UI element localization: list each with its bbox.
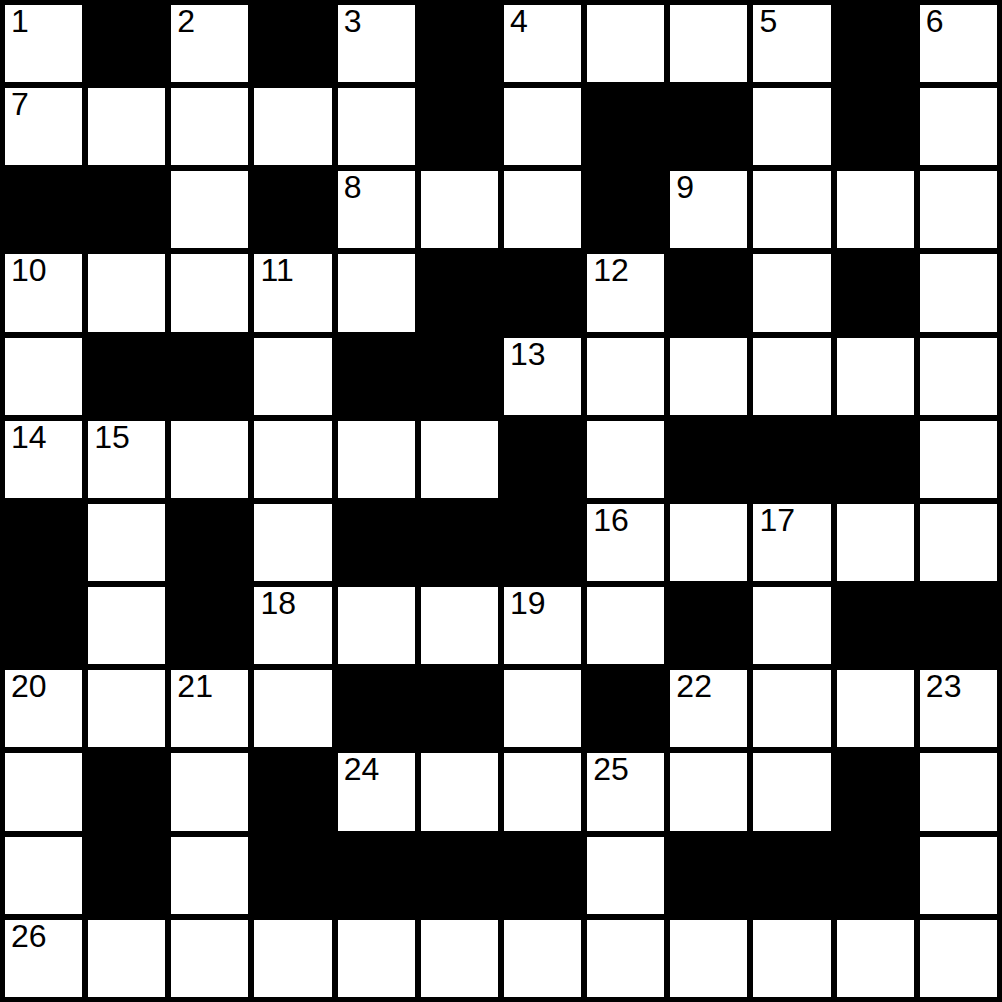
block-cell — [753, 421, 830, 498]
clue-number: 18 — [260, 587, 296, 619]
clue-number: 1 — [11, 5, 29, 37]
grid-cell[interactable] — [920, 421, 997, 498]
grid-cell[interactable] — [753, 753, 830, 830]
clue-number: 13 — [510, 338, 546, 370]
block-cell — [587, 670, 664, 747]
grid-cell[interactable] — [88, 920, 165, 997]
block-cell — [837, 421, 914, 498]
grid-cell[interactable] — [338, 920, 415, 997]
grid-cell[interactable] — [421, 171, 498, 248]
clue-number: 8 — [344, 171, 362, 203]
clue-number: 25 — [593, 753, 629, 785]
block-cell — [421, 338, 498, 415]
grid-cell[interactable]: 5 — [753, 5, 830, 82]
grid-cell[interactable] — [587, 920, 664, 997]
grid-cell[interactable] — [753, 920, 830, 997]
grid-cell[interactable] — [920, 338, 997, 415]
block-cell — [5, 587, 82, 664]
grid-cell[interactable] — [837, 670, 914, 747]
block-cell — [587, 171, 664, 248]
block-cell — [421, 254, 498, 331]
block-cell — [338, 504, 415, 581]
grid-cell[interactable] — [837, 338, 914, 415]
clue-number: 9 — [676, 171, 694, 203]
block-cell — [587, 88, 664, 165]
block-cell — [504, 837, 581, 914]
grid-cell[interactable] — [421, 920, 498, 997]
clue-number: 22 — [676, 670, 712, 702]
block-cell — [837, 587, 914, 664]
block-cell — [670, 88, 747, 165]
grid-cell[interactable] — [171, 88, 248, 165]
grid-cell[interactable]: 9 — [670, 171, 747, 248]
clue-number: 16 — [593, 504, 629, 536]
block-cell — [88, 5, 165, 82]
block-cell — [171, 504, 248, 581]
clue-number: 5 — [759, 5, 777, 37]
clue-number: 21 — [177, 670, 213, 702]
grid-cell[interactable]: 8 — [338, 171, 415, 248]
grid-cell[interactable]: 1 — [5, 5, 82, 82]
grid-cell[interactable]: 21 — [171, 670, 248, 747]
clue-number: 19 — [510, 587, 546, 619]
grid-cell[interactable] — [421, 421, 498, 498]
block-cell — [88, 171, 165, 248]
grid-cell[interactable]: 19 — [504, 587, 581, 664]
grid-cell[interactable]: 13 — [504, 338, 581, 415]
grid-cell[interactable] — [753, 338, 830, 415]
grid-cell[interactable] — [670, 753, 747, 830]
grid-cell[interactable] — [920, 88, 997, 165]
block-cell — [504, 504, 581, 581]
block-cell — [171, 338, 248, 415]
block-cell — [5, 171, 82, 248]
block-cell — [5, 504, 82, 581]
clue-number: 17 — [759, 504, 795, 536]
block-cell — [837, 254, 914, 331]
grid-cell[interactable] — [421, 753, 498, 830]
clue-number: 10 — [11, 254, 47, 286]
grid-cell[interactable] — [254, 920, 331, 997]
block-cell — [254, 837, 331, 914]
block-cell — [421, 837, 498, 914]
block-cell — [504, 254, 581, 331]
grid-cell[interactable]: 12 — [587, 254, 664, 331]
crossword-grid: 1234567891011121314151617181920212223242… — [0, 0, 1002, 1002]
grid-cell[interactable] — [753, 254, 830, 331]
clue-number: 14 — [11, 421, 47, 453]
grid-cell[interactable] — [254, 338, 331, 415]
grid-cell[interactable] — [338, 88, 415, 165]
clue-number: 7 — [11, 88, 29, 120]
block-cell — [670, 837, 747, 914]
grid-cell[interactable]: 22 — [670, 670, 747, 747]
grid-cell[interactable] — [171, 254, 248, 331]
block-cell — [88, 837, 165, 914]
grid-cell[interactable] — [504, 920, 581, 997]
block-cell — [254, 753, 331, 830]
grid-cell[interactable] — [338, 421, 415, 498]
block-cell — [338, 670, 415, 747]
block-cell — [837, 837, 914, 914]
grid-cell[interactable] — [338, 254, 415, 331]
grid-cell[interactable] — [837, 171, 914, 248]
grid-cell[interactable] — [753, 587, 830, 664]
clue-number: 20 — [11, 670, 47, 702]
grid-cell[interactable]: 3 — [338, 5, 415, 82]
block-cell — [753, 837, 830, 914]
grid-cell[interactable] — [171, 920, 248, 997]
block-cell — [88, 753, 165, 830]
grid-cell[interactable] — [670, 504, 747, 581]
block-cell — [837, 88, 914, 165]
clue-number: 2 — [177, 5, 195, 37]
block-cell — [254, 5, 331, 82]
grid-cell[interactable] — [504, 670, 581, 747]
block-cell — [670, 421, 747, 498]
grid-cell[interactable] — [504, 171, 581, 248]
grid-cell[interactable] — [254, 670, 331, 747]
grid-cell[interactable] — [421, 587, 498, 664]
grid-cell[interactable] — [587, 837, 664, 914]
grid-cell[interactable]: 2 — [171, 5, 248, 82]
grid-cell[interactable]: 16 — [587, 504, 664, 581]
clue-number: 6 — [926, 5, 944, 37]
grid-cell[interactable] — [920, 837, 997, 914]
grid-cell[interactable] — [670, 338, 747, 415]
grid-cell[interactable] — [171, 837, 248, 914]
grid-cell[interactable]: 4 — [504, 5, 581, 82]
block-cell — [421, 5, 498, 82]
grid-cell[interactable] — [920, 920, 997, 997]
block-cell — [421, 504, 498, 581]
grid-cell[interactable]: 18 — [254, 587, 331, 664]
grid-cell[interactable] — [837, 920, 914, 997]
grid-cell[interactable] — [837, 504, 914, 581]
grid-cell[interactable]: 17 — [753, 504, 830, 581]
grid-cell[interactable]: 25 — [587, 753, 664, 830]
grid-cell[interactable] — [504, 88, 581, 165]
clue-number: 23 — [926, 670, 962, 702]
block-cell — [837, 753, 914, 830]
clue-number: 15 — [94, 421, 130, 453]
grid-cell[interactable] — [88, 504, 165, 581]
grid-cell[interactable]: 20 — [5, 670, 82, 747]
grid-cell[interactable] — [920, 171, 997, 248]
grid-cell[interactable]: 11 — [254, 254, 331, 331]
grid-cell[interactable] — [920, 753, 997, 830]
grid-cell[interactable] — [88, 587, 165, 664]
grid-cell[interactable] — [171, 171, 248, 248]
grid-cell[interactable] — [670, 5, 747, 82]
block-cell — [920, 587, 997, 664]
block-cell — [504, 421, 581, 498]
clue-number: 24 — [344, 753, 380, 785]
grid-cell[interactable]: 26 — [5, 920, 82, 997]
grid-cell[interactable] — [338, 587, 415, 664]
clue-number: 4 — [510, 5, 528, 37]
grid-cell[interactable]: 15 — [88, 421, 165, 498]
grid-cell[interactable]: 24 — [338, 753, 415, 830]
grid-cell[interactable] — [88, 88, 165, 165]
grid-cell[interactable] — [587, 421, 664, 498]
clue-number: 11 — [260, 254, 293, 286]
clue-number: 12 — [593, 254, 629, 286]
grid-cell[interactable] — [504, 753, 581, 830]
block-cell — [254, 171, 331, 248]
grid-cell[interactable] — [920, 254, 997, 331]
grid-cell[interactable] — [254, 504, 331, 581]
grid-cell[interactable] — [88, 670, 165, 747]
block-cell — [171, 587, 248, 664]
block-cell — [88, 338, 165, 415]
grid-cell[interactable]: 7 — [5, 88, 82, 165]
grid-cell[interactable] — [171, 753, 248, 830]
block-cell — [837, 5, 914, 82]
block-cell — [670, 254, 747, 331]
grid-cell[interactable] — [753, 670, 830, 747]
grid-cell[interactable] — [254, 88, 331, 165]
grid-cell[interactable] — [587, 338, 664, 415]
grid-cell[interactable] — [5, 753, 82, 830]
block-cell — [421, 670, 498, 747]
block-cell — [421, 88, 498, 165]
grid-cell[interactable] — [88, 254, 165, 331]
block-cell — [338, 837, 415, 914]
grid-cell[interactable]: 6 — [920, 5, 997, 82]
grid-cell[interactable] — [171, 421, 248, 498]
grid-cell[interactable] — [587, 5, 664, 82]
grid-cell[interactable] — [753, 171, 830, 248]
grid-cell[interactable] — [587, 587, 664, 664]
clue-number: 26 — [11, 920, 47, 952]
block-cell — [670, 587, 747, 664]
grid-cell[interactable]: 10 — [5, 254, 82, 331]
grid-cell[interactable] — [254, 421, 331, 498]
grid-cell[interactable] — [920, 504, 997, 581]
grid-cell[interactable] — [5, 338, 82, 415]
grid-cell[interactable]: 23 — [920, 670, 997, 747]
grid-cell[interactable] — [670, 920, 747, 997]
block-cell — [338, 338, 415, 415]
grid-cell[interactable]: 14 — [5, 421, 82, 498]
grid-cell[interactable] — [753, 88, 830, 165]
grid-cell[interactable] — [5, 837, 82, 914]
clue-number: 3 — [344, 5, 362, 37]
